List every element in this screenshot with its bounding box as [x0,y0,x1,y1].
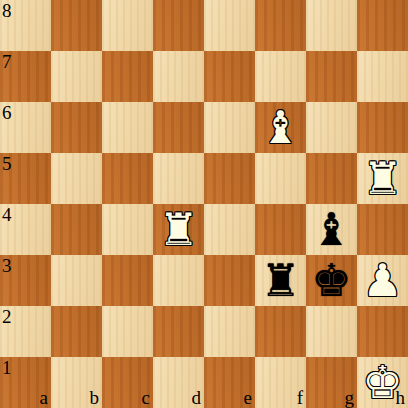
square-d4[interactable]: ♜ [153,204,204,255]
square-a4[interactable]: 4 [0,204,51,255]
square-a3[interactable]: 3 [0,255,51,306]
square-a8[interactable]: 8 [0,0,51,51]
rank-label-8: 8 [2,0,12,21]
square-b8[interactable] [51,0,102,51]
chess-board: 876♝5♜4♜♝3♜♚♟21abcdefgh♚ [0,0,408,408]
black-king[interactable]: ♚ [311,255,351,306]
square-c4[interactable] [102,204,153,255]
square-h6[interactable] [357,102,408,153]
square-e7[interactable] [204,51,255,102]
square-h8[interactable] [357,0,408,51]
square-b1[interactable]: b [51,357,102,408]
square-e6[interactable] [204,102,255,153]
file-label-f: f [297,388,303,408]
file-label-h: h [396,388,406,408]
square-c8[interactable] [102,0,153,51]
square-c2[interactable] [102,306,153,357]
file-label-c: c [142,388,150,408]
square-d5[interactable] [153,153,204,204]
square-f8[interactable] [255,0,306,51]
square-e1[interactable]: e [204,357,255,408]
rank-label-6: 6 [2,102,12,123]
file-label-e: e [244,388,252,408]
square-g4[interactable]: ♝ [306,204,357,255]
square-a5[interactable]: 5 [0,153,51,204]
rank-label-3: 3 [2,255,12,276]
square-e3[interactable] [204,255,255,306]
square-f3[interactable]: ♜ [255,255,306,306]
square-c1[interactable]: c [102,357,153,408]
square-f1[interactable]: f [255,357,306,408]
rank-label-5: 5 [2,153,12,174]
square-d1[interactable]: d [153,357,204,408]
square-e2[interactable] [204,306,255,357]
white-pawn[interactable]: ♟ [362,255,402,306]
rank-label-7: 7 [2,51,12,72]
square-h1[interactable]: h♚ [357,357,408,408]
square-g3[interactable]: ♚ [306,255,357,306]
square-b3[interactable] [51,255,102,306]
square-g8[interactable] [306,0,357,51]
square-a1[interactable]: 1a [0,357,51,408]
square-h3[interactable]: ♟ [357,255,408,306]
square-e4[interactable] [204,204,255,255]
square-h7[interactable] [357,51,408,102]
square-g7[interactable] [306,51,357,102]
square-f2[interactable] [255,306,306,357]
square-d8[interactable] [153,0,204,51]
square-b5[interactable] [51,153,102,204]
square-d7[interactable] [153,51,204,102]
square-g6[interactable] [306,102,357,153]
square-a2[interactable]: 2 [0,306,51,357]
square-g2[interactable] [306,306,357,357]
square-b6[interactable] [51,102,102,153]
square-d2[interactable] [153,306,204,357]
square-g5[interactable] [306,153,357,204]
square-b7[interactable] [51,51,102,102]
square-d3[interactable] [153,255,204,306]
rank-label-2: 2 [2,306,12,327]
file-label-d: d [192,388,202,408]
square-g1[interactable]: g [306,357,357,408]
square-e8[interactable] [204,0,255,51]
square-f5[interactable] [255,153,306,204]
white-rook[interactable]: ♜ [158,204,198,255]
square-f7[interactable] [255,51,306,102]
square-f4[interactable] [255,204,306,255]
black-rook[interactable]: ♜ [260,255,300,306]
file-label-b: b [90,388,100,408]
black-bishop[interactable]: ♝ [311,204,351,255]
white-rook[interactable]: ♜ [362,153,402,204]
square-c5[interactable] [102,153,153,204]
square-d6[interactable] [153,102,204,153]
white-bishop[interactable]: ♝ [260,102,300,153]
square-b4[interactable] [51,204,102,255]
square-h2[interactable] [357,306,408,357]
square-a6[interactable]: 6 [0,102,51,153]
file-label-g: g [345,388,355,408]
square-a7[interactable]: 7 [0,51,51,102]
square-f6[interactable]: ♝ [255,102,306,153]
file-label-a: a [40,388,48,408]
rank-label-4: 4 [2,204,12,225]
square-c3[interactable] [102,255,153,306]
square-h4[interactable] [357,204,408,255]
rank-label-1: 1 [2,357,12,378]
square-h5[interactable]: ♜ [357,153,408,204]
square-c6[interactable] [102,102,153,153]
square-b2[interactable] [51,306,102,357]
square-c7[interactable] [102,51,153,102]
square-e5[interactable] [204,153,255,204]
